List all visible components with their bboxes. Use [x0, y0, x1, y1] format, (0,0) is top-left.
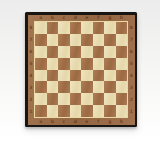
square-a8 — [35, 22, 47, 34]
square-f6 — [93, 46, 105, 58]
square-d8 — [70, 22, 82, 34]
coordinate-label: 6 — [128, 46, 135, 58]
square-c7 — [58, 34, 70, 46]
square-f3 — [93, 81, 105, 93]
square-e7 — [81, 34, 93, 46]
coordinate-label: 3 — [128, 81, 135, 93]
square-h7 — [116, 34, 128, 46]
square-d3 — [70, 81, 82, 93]
square-h5 — [116, 58, 128, 70]
square-g5 — [104, 58, 116, 70]
coordinate-label: g — [104, 118, 116, 125]
square-e5 — [81, 58, 93, 70]
file-labels-bottom: abcdefgh — [35, 118, 127, 125]
square-a2 — [35, 93, 47, 105]
square-d6 — [70, 46, 82, 58]
square-a1 — [35, 105, 47, 117]
square-e4 — [81, 70, 93, 82]
square-f7 — [93, 34, 105, 46]
chess-board: abcdefgh abcdefgh 87654321 87654321 — [25, 12, 137, 127]
square-g8 — [104, 22, 116, 34]
square-a5 — [35, 58, 47, 70]
square-c8 — [58, 22, 70, 34]
square-a6 — [35, 46, 47, 58]
square-c6 — [58, 46, 70, 58]
square-g2 — [104, 93, 116, 105]
square-e8 — [81, 22, 93, 34]
board-border: abcdefgh abcdefgh 87654321 87654321 — [28, 15, 135, 125]
coordinate-label: h — [116, 118, 128, 125]
square-d5 — [70, 58, 82, 70]
coordinate-label: 8 — [128, 22, 135, 34]
square-d7 — [70, 34, 82, 46]
square-b4 — [47, 70, 59, 82]
square-f4 — [93, 70, 105, 82]
coordinate-label: c — [58, 118, 70, 125]
square-f1 — [93, 105, 105, 117]
square-c5 — [58, 58, 70, 70]
square-b1 — [47, 105, 59, 117]
square-g7 — [104, 34, 116, 46]
square-e1 — [81, 105, 93, 117]
board-grid — [34, 21, 128, 118]
square-b3 — [47, 81, 59, 93]
square-d4 — [70, 70, 82, 82]
square-g4 — [104, 70, 116, 82]
square-h8 — [116, 22, 128, 34]
square-b7 — [47, 34, 59, 46]
square-b5 — [47, 58, 59, 70]
square-h2 — [116, 93, 128, 105]
square-d1 — [70, 105, 82, 117]
square-e2 — [81, 93, 93, 105]
square-f8 — [93, 22, 105, 34]
square-a3 — [35, 81, 47, 93]
rank-labels-right: 87654321 — [128, 22, 135, 117]
square-b8 — [47, 22, 59, 34]
square-a7 — [35, 34, 47, 46]
square-h1 — [116, 105, 128, 117]
square-h6 — [116, 46, 128, 58]
square-d2 — [70, 93, 82, 105]
square-f5 — [93, 58, 105, 70]
square-c2 — [58, 93, 70, 105]
coordinate-label: 1 — [128, 105, 135, 117]
square-c4 — [58, 70, 70, 82]
coordinate-label: a — [35, 118, 47, 125]
square-e3 — [81, 81, 93, 93]
square-a4 — [35, 70, 47, 82]
coordinate-label: d — [70, 118, 82, 125]
square-c3 — [58, 81, 70, 93]
square-b6 — [47, 46, 59, 58]
photo-background: abcdefgh abcdefgh 87654321 87654321 — [0, 0, 160, 141]
square-f2 — [93, 93, 105, 105]
coordinate-label: f — [93, 118, 105, 125]
square-g3 — [104, 81, 116, 93]
square-g1 — [104, 105, 116, 117]
square-g6 — [104, 46, 116, 58]
coordinate-label: 4 — [128, 70, 135, 82]
coordinate-label: b — [47, 118, 59, 125]
coordinate-label: 7 — [128, 34, 135, 46]
coordinate-label: 2 — [128, 93, 135, 105]
square-b2 — [47, 93, 59, 105]
coordinate-label: 5 — [128, 58, 135, 70]
square-e6 — [81, 46, 93, 58]
square-c1 — [58, 105, 70, 117]
square-h4 — [116, 70, 128, 82]
square-h3 — [116, 81, 128, 93]
coordinate-label: e — [81, 118, 93, 125]
